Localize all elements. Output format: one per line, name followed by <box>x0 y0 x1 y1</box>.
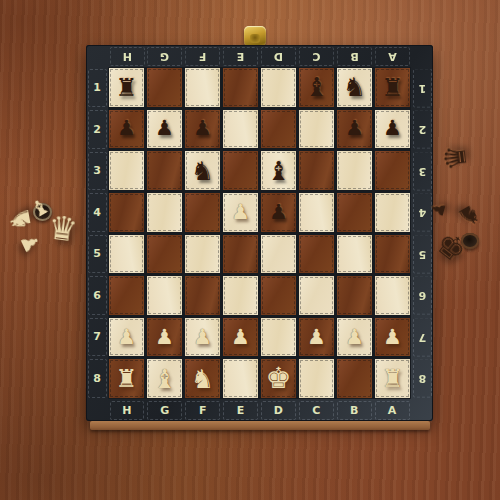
rank-label-2: 2 <box>413 110 432 149</box>
square-c7[interactable]: ♟ <box>299 318 334 357</box>
square-d8[interactable]: ♚ <box>261 359 296 398</box>
square-d2[interactable] <box>261 110 296 149</box>
square-h1[interactable]: ♜ <box>109 68 144 107</box>
white-pawn-h7: ♟ <box>117 327 136 348</box>
square-a8[interactable]: ♜ <box>375 359 410 398</box>
rank-labels-left: 12345678 <box>86 67 108 399</box>
square-e1[interactable] <box>223 68 258 107</box>
square-b4[interactable] <box>337 193 372 232</box>
square-h5[interactable] <box>109 235 144 274</box>
box-edge <box>90 421 430 430</box>
rank-label-1: 1 <box>413 69 432 108</box>
white-pawn-c7: ♟ <box>307 327 326 348</box>
file-label-f: F <box>185 47 220 66</box>
black-rook-a1: ♜ <box>381 75 403 100</box>
square-f3[interactable]: ♞ <box>185 151 220 190</box>
square-g1[interactable] <box>147 68 182 107</box>
square-a3[interactable] <box>375 151 410 190</box>
square-a1[interactable]: ♜ <box>375 68 410 107</box>
white-pawn-b7: ♟ <box>345 327 364 348</box>
square-b7[interactable]: ♟ <box>337 318 372 357</box>
square-a4[interactable] <box>375 193 410 232</box>
square-a7[interactable]: ♟ <box>375 318 410 357</box>
rank-label-6: 6 <box>88 276 107 315</box>
square-g6[interactable] <box>147 276 182 315</box>
white-king-d8: ♚ <box>266 364 292 393</box>
square-f1[interactable] <box>185 68 220 107</box>
square-h7[interactable]: ♟ <box>109 318 144 357</box>
rank-label-5: 5 <box>88 235 107 274</box>
rank-label-7: 7 <box>413 318 432 357</box>
file-label-f: F <box>185 401 220 420</box>
square-e3[interactable] <box>223 151 258 190</box>
square-c4[interactable] <box>299 193 334 232</box>
black-pawn-b2: ♟ <box>345 118 364 139</box>
square-b8[interactable] <box>337 359 372 398</box>
rank-label-8: 8 <box>88 359 107 398</box>
rank-label-3: 3 <box>413 152 432 191</box>
file-label-c: C <box>299 401 334 420</box>
file-label-g: G <box>147 47 182 66</box>
file-label-h: H <box>110 47 145 66</box>
square-c2[interactable] <box>299 110 334 149</box>
file-label-h: H <box>110 401 145 420</box>
black-pawn-a2: ♟ <box>383 118 402 139</box>
square-b1[interactable]: ♞ <box>337 68 372 107</box>
square-d4[interactable]: ♟ <box>261 193 296 232</box>
white-rook-h8: ♜ <box>115 366 137 391</box>
rank-labels-right: 12345678 <box>411 67 433 399</box>
black-bishop-c1: ♝ <box>305 74 328 100</box>
square-f7[interactable]: ♟ <box>185 318 220 357</box>
square-e7[interactable]: ♟ <box>223 318 258 357</box>
rank-label-3: 3 <box>88 152 107 191</box>
square-c1[interactable]: ♝ <box>299 68 334 107</box>
file-label-b: B <box>337 47 372 66</box>
white-rook-a8: ♜ <box>381 366 403 391</box>
square-e8[interactable] <box>223 359 258 398</box>
square-d1[interactable] <box>261 68 296 107</box>
square-g4[interactable] <box>147 193 182 232</box>
square-e6[interactable] <box>223 276 258 315</box>
square-a2[interactable]: ♟ <box>375 110 410 149</box>
square-d6[interactable] <box>261 276 296 315</box>
square-f6[interactable] <box>185 276 220 315</box>
rank-label-1: 1 <box>88 69 107 108</box>
file-label-g: G <box>147 401 182 420</box>
white-queen-captured[interactable]: ♛ <box>46 210 79 246</box>
square-f8[interactable]: ♞ <box>185 359 220 398</box>
square-e5[interactable] <box>223 235 258 274</box>
white-knight-f8: ♞ <box>191 366 214 392</box>
white-pawn-a7: ♟ <box>383 327 402 348</box>
square-c8[interactable] <box>299 359 334 398</box>
square-g7[interactable]: ♟ <box>147 318 182 357</box>
square-d5[interactable] <box>261 235 296 274</box>
white-pawn-e4: ♟ <box>231 202 250 223</box>
square-c3[interactable] <box>299 151 334 190</box>
rank-label-2: 2 <box>88 110 107 149</box>
square-h4[interactable] <box>109 193 144 232</box>
white-pawn-f7: ♟ <box>193 327 212 348</box>
square-g3[interactable] <box>147 151 182 190</box>
file-label-a: A <box>375 47 410 66</box>
black-pawn-f2: ♟ <box>193 118 212 139</box>
black-pawn-h2: ♟ <box>117 118 136 139</box>
table-surface: HGFEDCBA HGFEDCBA 12345678 12345678 ♜♝♞♜… <box>0 0 500 500</box>
black-rook-h1: ♜ <box>115 75 137 100</box>
rank-label-6: 6 <box>413 276 432 315</box>
file-label-c: C <box>299 47 334 66</box>
square-e4[interactable]: ♟ <box>223 193 258 232</box>
file-labels-bottom: HGFEDCBA <box>108 399 411 421</box>
black-knight-b1: ♞ <box>343 74 366 100</box>
square-f5[interactable] <box>185 235 220 274</box>
black-pawn-d4: ♟ <box>269 202 288 223</box>
square-f4[interactable] <box>185 193 220 232</box>
white-bishop-g8: ♝ <box>153 366 176 392</box>
square-c5[interactable] <box>299 235 334 274</box>
file-label-a: A <box>375 401 410 420</box>
square-b5[interactable] <box>337 235 372 274</box>
square-d3[interactable]: ♝ <box>261 151 296 190</box>
board-squares: ♜♝♞♜♟♟♟♟♟♞♝♟♟♟♟♟♟♟♟♟♜♝♞♚♜ <box>108 67 411 399</box>
white-pawn-g7: ♟ <box>155 327 174 348</box>
square-a6[interactable] <box>375 276 410 315</box>
white-pawn-captured[interactable]: ♟ <box>16 231 43 257</box>
rank-label-7: 7 <box>88 318 107 357</box>
square-c6[interactable] <box>299 276 334 315</box>
rank-label-8: 8 <box>413 359 432 398</box>
square-h2[interactable]: ♟ <box>109 110 144 149</box>
square-b6[interactable] <box>337 276 372 315</box>
square-g2[interactable]: ♟ <box>147 110 182 149</box>
square-h8[interactable]: ♜ <box>109 359 144 398</box>
black-knight-captured[interactable]: ♞ <box>453 199 485 232</box>
square-g5[interactable] <box>147 235 182 274</box>
black-queen-captured[interactable]: ♛ <box>440 143 472 172</box>
black-pawn-g2: ♟ <box>155 118 174 139</box>
file-label-b: B <box>337 401 372 420</box>
square-b2[interactable]: ♟ <box>337 110 372 149</box>
square-a5[interactable] <box>375 235 410 274</box>
square-h3[interactable] <box>109 151 144 190</box>
square-d7[interactable] <box>261 318 296 357</box>
black-bishop-d3: ♝ <box>267 158 290 184</box>
file-label-d: D <box>261 47 296 66</box>
square-h6[interactable] <box>109 276 144 315</box>
white-pawn-e7: ♟ <box>231 327 250 348</box>
chess-board: HGFEDCBA HGFEDCBA 12345678 12345678 ♜♝♞♜… <box>86 45 433 421</box>
square-f2[interactable]: ♟ <box>185 110 220 149</box>
file-labels-top: HGFEDCBA <box>108 45 411 67</box>
file-label-d: D <box>261 401 296 420</box>
file-label-e: E <box>223 401 258 420</box>
file-label-e: E <box>223 47 258 66</box>
square-b3[interactable] <box>337 151 372 190</box>
rank-label-4: 4 <box>88 193 107 232</box>
square-e2[interactable] <box>223 110 258 149</box>
square-g8[interactable]: ♝ <box>147 359 182 398</box>
black-knight-f3: ♞ <box>191 158 214 184</box>
